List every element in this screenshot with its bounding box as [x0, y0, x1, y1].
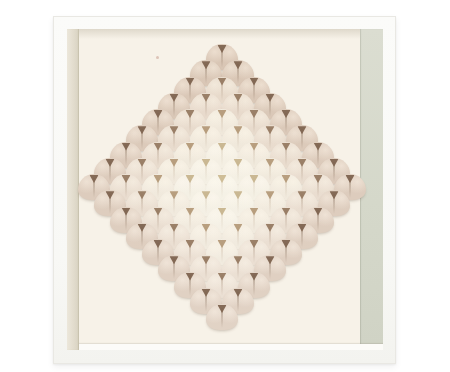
paper-fan: [206, 304, 238, 330]
fan-grid: [67, 29, 383, 350]
paper-fan-body: [206, 304, 238, 330]
display-well: [67, 29, 383, 350]
shadow-box-frame: [53, 16, 396, 364]
